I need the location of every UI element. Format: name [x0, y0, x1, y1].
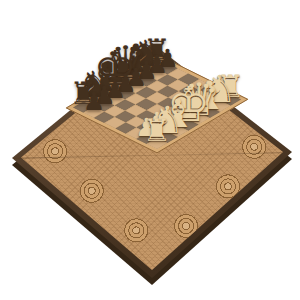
- chess-set-photo: ♜♞♝♛♚♝♞♜♟♟♟♟♟♟♟♟♟♟♟♟♟♟♟♟♜♞♝♛♚♝♞♜: [0, 0, 300, 300]
